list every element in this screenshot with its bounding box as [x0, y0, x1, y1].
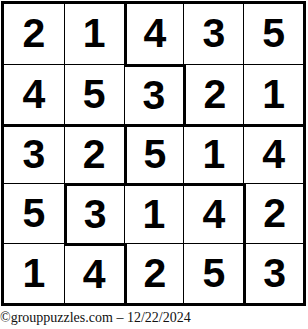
cell-r2c3: 3	[124, 64, 184, 124]
digit: 2	[203, 74, 226, 115]
digit: 3	[84, 194, 107, 235]
digit: 4	[202, 194, 225, 235]
digit: 2	[263, 193, 286, 234]
cell-r2c2: 5	[64, 64, 124, 124]
digit: 1	[143, 194, 166, 235]
cell-r1c2: 1	[64, 4, 124, 64]
digit: 3	[143, 75, 166, 116]
sudoku-board: 2143545321325145314214253	[1, 1, 306, 306]
digit: 2	[22, 13, 45, 54]
digit: 5	[202, 253, 225, 294]
cell-r1c4: 3	[183, 4, 243, 64]
digit: 5	[22, 193, 45, 234]
cell-r5c2: 4	[64, 243, 124, 303]
copyright-footer: ©grouppuzzles.com – 12/22/2024	[0, 310, 308, 326]
digit: 1	[22, 253, 45, 294]
digit: 3	[202, 13, 225, 54]
digit: 1	[202, 134, 225, 175]
digit: 2	[144, 253, 167, 294]
cell-r2c1: 4	[4, 64, 64, 124]
digit: 5	[262, 13, 285, 54]
digit: 4	[22, 74, 45, 115]
cell-r5c1: 1	[4, 243, 64, 303]
cell-r3c2: 2	[64, 124, 124, 184]
cell-r3c5: 4	[243, 124, 303, 184]
cell-r2c5: 1	[243, 64, 303, 124]
cell-r1c5: 5	[243, 4, 303, 64]
digit: 1	[262, 74, 285, 115]
cell-r4c5: 2	[243, 183, 303, 243]
cell-r3c1: 3	[4, 124, 64, 184]
digit: 3	[263, 253, 286, 294]
digit: 2	[83, 134, 106, 175]
digit: 4	[262, 134, 285, 175]
cell-r2c4: 2	[183, 64, 243, 124]
digit: 3	[22, 134, 45, 175]
digit: 5	[83, 74, 106, 115]
cell-r5c3: 2	[124, 243, 184, 303]
cell-r4c2: 3	[64, 183, 124, 243]
digit: 4	[144, 13, 167, 54]
cell-r1c3: 4	[124, 4, 184, 64]
cell-r1c1: 2	[4, 4, 64, 64]
cell-r3c4: 1	[183, 124, 243, 184]
cell-r4c1: 5	[4, 183, 64, 243]
cell-r5c4: 5	[183, 243, 243, 303]
cell-r4c3: 1	[124, 183, 184, 243]
digit: 4	[83, 254, 106, 295]
digit: 5	[144, 134, 167, 175]
digit: 1	[83, 13, 106, 54]
cell-r5c5: 3	[243, 243, 303, 303]
cell-r3c3: 5	[124, 124, 184, 184]
cell-r4c4: 4	[183, 183, 243, 243]
